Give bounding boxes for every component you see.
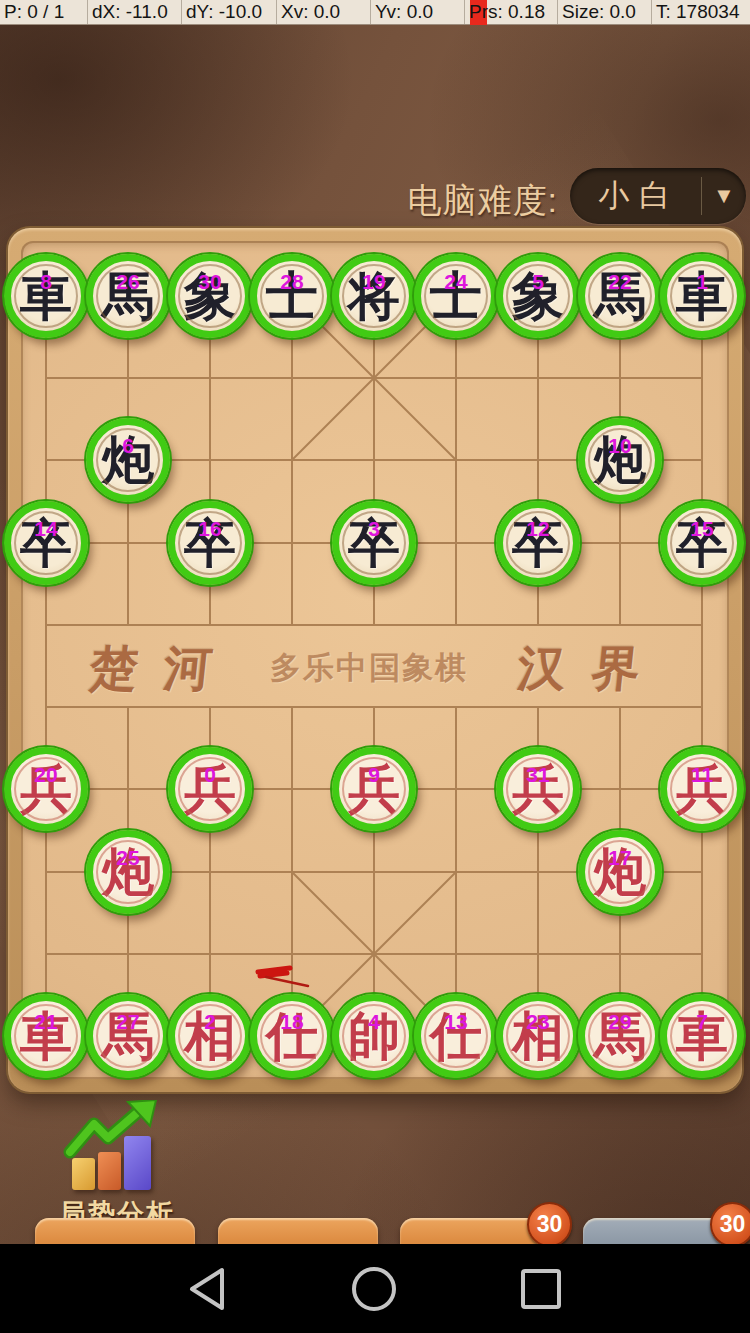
- piece-character: 卒: [184, 517, 236, 569]
- piece-black-車[interactable]: 車1: [660, 254, 744, 338]
- piece-character: 将: [348, 270, 400, 322]
- status-xv: Xv: 0.0: [277, 0, 371, 24]
- piece-red-帥[interactable]: 帥4: [332, 994, 416, 1078]
- piece-character: 炮: [102, 434, 154, 486]
- piece-red-炮[interactable]: 炮17: [578, 830, 662, 914]
- status-dy: dY: -10.0: [182, 0, 277, 24]
- piece-red-兵[interactable]: 兵20: [4, 747, 88, 831]
- piece-red-兵[interactable]: 兵11: [660, 747, 744, 831]
- status-prs: Prs: 0.18: [465, 0, 558, 24]
- piece-red-兵[interactable]: 兵0: [168, 747, 252, 831]
- piece-red-相[interactable]: 相23: [496, 994, 580, 1078]
- piece-black-卒[interactable]: 卒14: [4, 501, 88, 585]
- piece-character: 馬: [102, 270, 154, 322]
- piece-character: 馬: [594, 1010, 646, 1062]
- count-badge: 30: [710, 1202, 750, 1247]
- piece-character: 炮: [102, 846, 154, 898]
- piece-character: 士: [266, 270, 318, 322]
- piece-character: 兵: [348, 763, 400, 815]
- debug-status-bar: P: 0 / 1 dX: -11.0 dY: -10.0 Xv: 0.0 Yv:…: [0, 0, 750, 25]
- piece-character: 帥: [348, 1010, 400, 1062]
- analysis-button[interactable]: 局势分析: [52, 1100, 182, 1225]
- piece-black-卒[interactable]: 卒3: [332, 501, 416, 585]
- status-pointer-count: P: 0 / 1: [0, 0, 88, 24]
- piece-character: 相: [512, 1010, 564, 1062]
- bar-chart-icon: [98, 1152, 121, 1190]
- piece-character: 兵: [20, 763, 72, 815]
- piece-character: 兵: [676, 763, 728, 815]
- piece-red-車[interactable]: 車7: [660, 994, 744, 1078]
- piece-black-炮[interactable]: 炮6: [86, 418, 170, 502]
- piece-black-卒[interactable]: 卒15: [660, 501, 744, 585]
- piece-character: 卒: [512, 517, 564, 569]
- piece-character: 兵: [512, 763, 564, 815]
- status-dx: dX: -11.0: [88, 0, 182, 24]
- piece-red-車[interactable]: 車21: [4, 994, 88, 1078]
- piece-character: 仕: [266, 1010, 318, 1062]
- piece-character: 兵: [184, 763, 236, 815]
- piece-character: 車: [20, 270, 72, 322]
- piece-black-士[interactable]: 士28: [250, 254, 334, 338]
- piece-black-象[interactable]: 象5: [496, 254, 580, 338]
- piece-black-馬[interactable]: 馬22: [578, 254, 662, 338]
- recents-icon[interactable]: [523, 1271, 559, 1307]
- piece-character: 馬: [102, 1010, 154, 1062]
- piece-red-兵[interactable]: 兵9: [332, 747, 416, 831]
- piece-black-炮[interactable]: 炮10: [578, 418, 662, 502]
- piece-character: 炮: [594, 434, 646, 486]
- android-nav-bar: [0, 1244, 750, 1333]
- piece-character: 卒: [676, 517, 728, 569]
- home-icon[interactable]: [354, 1269, 394, 1309]
- piece-red-兵[interactable]: 兵31: [496, 747, 580, 831]
- piece-character: 卒: [348, 517, 400, 569]
- piece-black-車[interactable]: 車8: [4, 254, 88, 338]
- piece-character: 馬: [594, 270, 646, 322]
- piece-character: 象: [512, 270, 564, 322]
- piece-black-将[interactable]: 将19: [332, 254, 416, 338]
- piece-black-象[interactable]: 象30: [168, 254, 252, 338]
- piece-red-仕[interactable]: 仕13: [414, 994, 498, 1078]
- back-icon[interactable]: [192, 1270, 222, 1308]
- piece-character: 士: [430, 270, 482, 322]
- piece-red-相[interactable]: 相2: [168, 994, 252, 1078]
- piece-character: 車: [676, 1010, 728, 1062]
- piece-character: 卒: [20, 517, 72, 569]
- piece-red-馬[interactable]: 馬29: [578, 994, 662, 1078]
- piece-black-馬[interactable]: 馬26: [86, 254, 170, 338]
- piece-character: 相: [184, 1010, 236, 1062]
- piece-red-馬[interactable]: 馬27: [86, 994, 170, 1078]
- piece-character: 炮: [594, 846, 646, 898]
- count-badge: 30: [527, 1202, 572, 1247]
- piece-character: 仕: [430, 1010, 482, 1062]
- piece-black-卒[interactable]: 卒12: [496, 501, 580, 585]
- status-time: T: 178034: [652, 0, 750, 24]
- piece-red-仕[interactable]: 仕18: [250, 994, 334, 1078]
- piece-character: 車: [676, 270, 728, 322]
- status-yv: Yv: 0.0: [371, 0, 465, 24]
- bar-chart-icon: [72, 1158, 95, 1190]
- bar-chart-icon: [124, 1136, 151, 1190]
- piece-black-士[interactable]: 士24: [414, 254, 498, 338]
- piece-character: 象: [184, 270, 236, 322]
- piece-red-炮[interactable]: 炮25: [86, 830, 170, 914]
- status-size: Size: 0.0: [558, 0, 652, 24]
- piece-character: 車: [20, 1010, 72, 1062]
- piece-black-卒[interactable]: 卒16: [168, 501, 252, 585]
